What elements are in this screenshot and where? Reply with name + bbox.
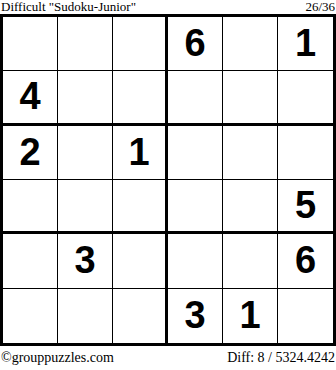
copyright-text: ©grouppuzzles.com <box>1 350 114 366</box>
cell-r3c2-empty[interactable] <box>58 126 113 180</box>
cell-r6c6-empty[interactable] <box>278 289 333 343</box>
cell-r2c3-empty[interactable] <box>113 71 168 125</box>
header: Difficult "Sudoku-Junior" 26/36 <box>0 0 336 14</box>
puzzle-counter: 26/36 <box>305 0 335 13</box>
cell-r1c5-empty[interactable] <box>223 17 278 71</box>
puzzle-page: Difficult "Sudoku-Junior" 26/36 61421536… <box>0 0 336 370</box>
cell-r1c1-empty[interactable] <box>3 17 58 71</box>
cell-r4c3-empty[interactable] <box>113 180 168 234</box>
puzzle-title: Difficult "Sudoku-Junior" <box>1 0 136 13</box>
cell-r5c6-given: 6 <box>278 234 333 288</box>
footer: ©grouppuzzles.com Diff: 8 / 5324.4242 <box>0 346 336 370</box>
cell-r4c6-given: 5 <box>278 180 333 234</box>
cell-r1c2-empty[interactable] <box>58 17 113 71</box>
cell-r2c4-empty[interactable] <box>168 71 223 125</box>
cell-r4c4-empty[interactable] <box>168 180 223 234</box>
cell-r1c3-empty[interactable] <box>113 17 168 71</box>
sudoku-board: 6142153631 <box>0 14 336 346</box>
cell-r5c2-given: 3 <box>58 234 113 288</box>
cell-r5c3-empty[interactable] <box>113 234 168 288</box>
cell-r3c3-given: 1 <box>113 126 168 180</box>
cell-r1c6-given: 1 <box>278 17 333 71</box>
cell-r4c5-empty[interactable] <box>223 180 278 234</box>
cell-r3c5-empty[interactable] <box>223 126 278 180</box>
cell-r2c1-given: 4 <box>3 71 58 125</box>
cell-r6c3-empty[interactable] <box>113 289 168 343</box>
difficulty-text: Diff: 8 / 5324.4242 <box>227 350 335 366</box>
cell-r5c1-empty[interactable] <box>3 234 58 288</box>
cell-r5c4-empty[interactable] <box>168 234 223 288</box>
cell-r2c2-empty[interactable] <box>58 71 113 125</box>
cell-r2c5-empty[interactable] <box>223 71 278 125</box>
cell-r6c4-given: 3 <box>168 289 223 343</box>
cell-r6c2-empty[interactable] <box>58 289 113 343</box>
cell-r3c6-empty[interactable] <box>278 126 333 180</box>
cell-r2c6-empty[interactable] <box>278 71 333 125</box>
cell-r1c4-given: 6 <box>168 17 223 71</box>
cell-r5c5-empty[interactable] <box>223 234 278 288</box>
cell-r4c2-empty[interactable] <box>58 180 113 234</box>
cell-r4c1-empty[interactable] <box>3 180 58 234</box>
cell-r6c5-given: 1 <box>223 289 278 343</box>
cell-r3c1-given: 2 <box>3 126 58 180</box>
cell-r3c4-empty[interactable] <box>168 126 223 180</box>
cell-r6c1-empty[interactable] <box>3 289 58 343</box>
